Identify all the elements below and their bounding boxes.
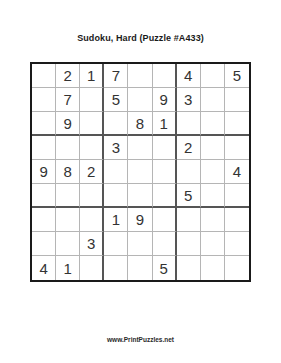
sudoku-cell-r8c3[interactable]: 3	[80, 232, 104, 256]
sudoku-cell-r3c9[interactable]	[225, 112, 249, 136]
sudoku-cell-r3c7[interactable]	[177, 112, 201, 136]
sudoku-cell-r7c5[interactable]: 9	[128, 208, 152, 232]
sudoku-cell-r6c9[interactable]	[225, 184, 249, 208]
sudoku-cell-r5c1[interactable]: 9	[32, 160, 56, 184]
sudoku-cell-r9c4[interactable]	[104, 256, 128, 280]
sudoku-cell-r2c1[interactable]	[32, 88, 56, 112]
sudoku-cell-r3c6[interactable]: 1	[153, 112, 177, 136]
sudoku-cell-r7c1[interactable]	[32, 208, 56, 232]
sudoku-cell-r4c7[interactable]: 2	[177, 136, 201, 160]
sudoku-cell-r9c2[interactable]: 1	[56, 256, 80, 280]
sudoku-cell-r1c5[interactable]	[128, 64, 152, 88]
sudoku-cell-r9c1[interactable]: 4	[32, 256, 56, 280]
page-title: Sudoku, Hard (Puzzle #A433)	[0, 33, 281, 43]
sudoku-cell-r8c2[interactable]	[56, 232, 80, 256]
sudoku-cell-r4c8[interactable]	[201, 136, 225, 160]
sudoku-grid: 2174575939813298245193415	[30, 62, 251, 282]
sudoku-cell-r2c5[interactable]	[128, 88, 152, 112]
sudoku-cell-r9c5[interactable]	[128, 256, 152, 280]
sudoku-cell-r5c4[interactable]	[104, 160, 128, 184]
sudoku-cell-r4c3[interactable]	[80, 136, 104, 160]
sudoku-cell-r6c4[interactable]	[104, 184, 128, 208]
sudoku-cell-r3c2[interactable]: 9	[56, 112, 80, 136]
sudoku-cell-r4c1[interactable]	[32, 136, 56, 160]
sudoku-cell-r4c6[interactable]	[153, 136, 177, 160]
sudoku-cell-r6c2[interactable]	[56, 184, 80, 208]
sudoku-cell-r7c9[interactable]	[225, 208, 249, 232]
sudoku-cell-r8c7[interactable]	[177, 232, 201, 256]
sudoku-cell-r1c9[interactable]: 5	[225, 64, 249, 88]
sudoku-cell-r6c6[interactable]	[153, 184, 177, 208]
sudoku-cell-r3c4[interactable]	[104, 112, 128, 136]
sudoku-cell-r8c8[interactable]	[201, 232, 225, 256]
sudoku-cell-r5c6[interactable]	[153, 160, 177, 184]
sudoku-cell-r2c7[interactable]: 3	[177, 88, 201, 112]
sudoku-cell-r6c7[interactable]: 5	[177, 184, 201, 208]
sudoku-cell-r8c6[interactable]	[153, 232, 177, 256]
sudoku-cell-r3c5[interactable]: 8	[128, 112, 152, 136]
sudoku-cell-r8c9[interactable]	[225, 232, 249, 256]
sudoku-cell-r5c5[interactable]	[128, 160, 152, 184]
sudoku-cell-r1c7[interactable]: 4	[177, 64, 201, 88]
sudoku-cell-r9c8[interactable]	[201, 256, 225, 280]
sudoku-cell-r8c4[interactable]	[104, 232, 128, 256]
sudoku-cell-r5c7[interactable]	[177, 160, 201, 184]
sudoku-cell-r1c2[interactable]: 2	[56, 64, 80, 88]
sudoku-cell-r8c5[interactable]	[128, 232, 152, 256]
sudoku-cell-r7c3[interactable]	[80, 208, 104, 232]
sudoku-cell-r6c5[interactable]	[128, 184, 152, 208]
sudoku-cell-r2c4[interactable]: 5	[104, 88, 128, 112]
sudoku-cell-r5c2[interactable]: 8	[56, 160, 80, 184]
sudoku-cell-r5c9[interactable]: 4	[225, 160, 249, 184]
sudoku-cell-r1c6[interactable]	[153, 64, 177, 88]
sudoku-cell-r6c3[interactable]	[80, 184, 104, 208]
sudoku-cell-r7c2[interactable]	[56, 208, 80, 232]
sudoku-cell-r1c8[interactable]	[201, 64, 225, 88]
sudoku-cell-r2c2[interactable]: 7	[56, 88, 80, 112]
sudoku-cell-r1c1[interactable]	[32, 64, 56, 88]
sudoku-cell-r7c8[interactable]	[201, 208, 225, 232]
sudoku-cell-r4c2[interactable]	[56, 136, 80, 160]
sudoku-cell-r8c1[interactable]	[32, 232, 56, 256]
sudoku-cell-r9c6[interactable]: 5	[153, 256, 177, 280]
sudoku-cell-r1c4[interactable]: 7	[104, 64, 128, 88]
sudoku-cell-r4c9[interactable]	[225, 136, 249, 160]
sudoku-cell-r2c9[interactable]	[225, 88, 249, 112]
sudoku-cell-r6c8[interactable]	[201, 184, 225, 208]
sudoku-cell-r4c5[interactable]	[128, 136, 152, 160]
sudoku-cell-r3c1[interactable]	[32, 112, 56, 136]
sudoku-cell-r9c3[interactable]	[80, 256, 104, 280]
sudoku-cell-r1c3[interactable]: 1	[80, 64, 104, 88]
footer-url: www.PrintPuzzles.net	[0, 336, 281, 343]
sudoku-cell-r2c8[interactable]	[201, 88, 225, 112]
sudoku-cell-r4c4[interactable]: 3	[104, 136, 128, 160]
sudoku-cell-r6c1[interactable]	[32, 184, 56, 208]
sudoku-cell-r2c3[interactable]	[80, 88, 104, 112]
sudoku-cell-r5c8[interactable]	[201, 160, 225, 184]
sudoku-cell-r7c6[interactable]	[153, 208, 177, 232]
sudoku-cell-r5c3[interactable]: 2	[80, 160, 104, 184]
sudoku-cell-r9c7[interactable]	[177, 256, 201, 280]
sudoku-cell-r9c9[interactable]	[225, 256, 249, 280]
sudoku-cell-r3c8[interactable]	[201, 112, 225, 136]
sudoku-page: Sudoku, Hard (Puzzle #A433) 217457593981…	[0, 0, 281, 363]
sudoku-cell-r3c3[interactable]	[80, 112, 104, 136]
sudoku-cell-r7c7[interactable]	[177, 208, 201, 232]
sudoku-cell-r2c6[interactable]: 9	[153, 88, 177, 112]
sudoku-cell-r7c4[interactable]: 1	[104, 208, 128, 232]
